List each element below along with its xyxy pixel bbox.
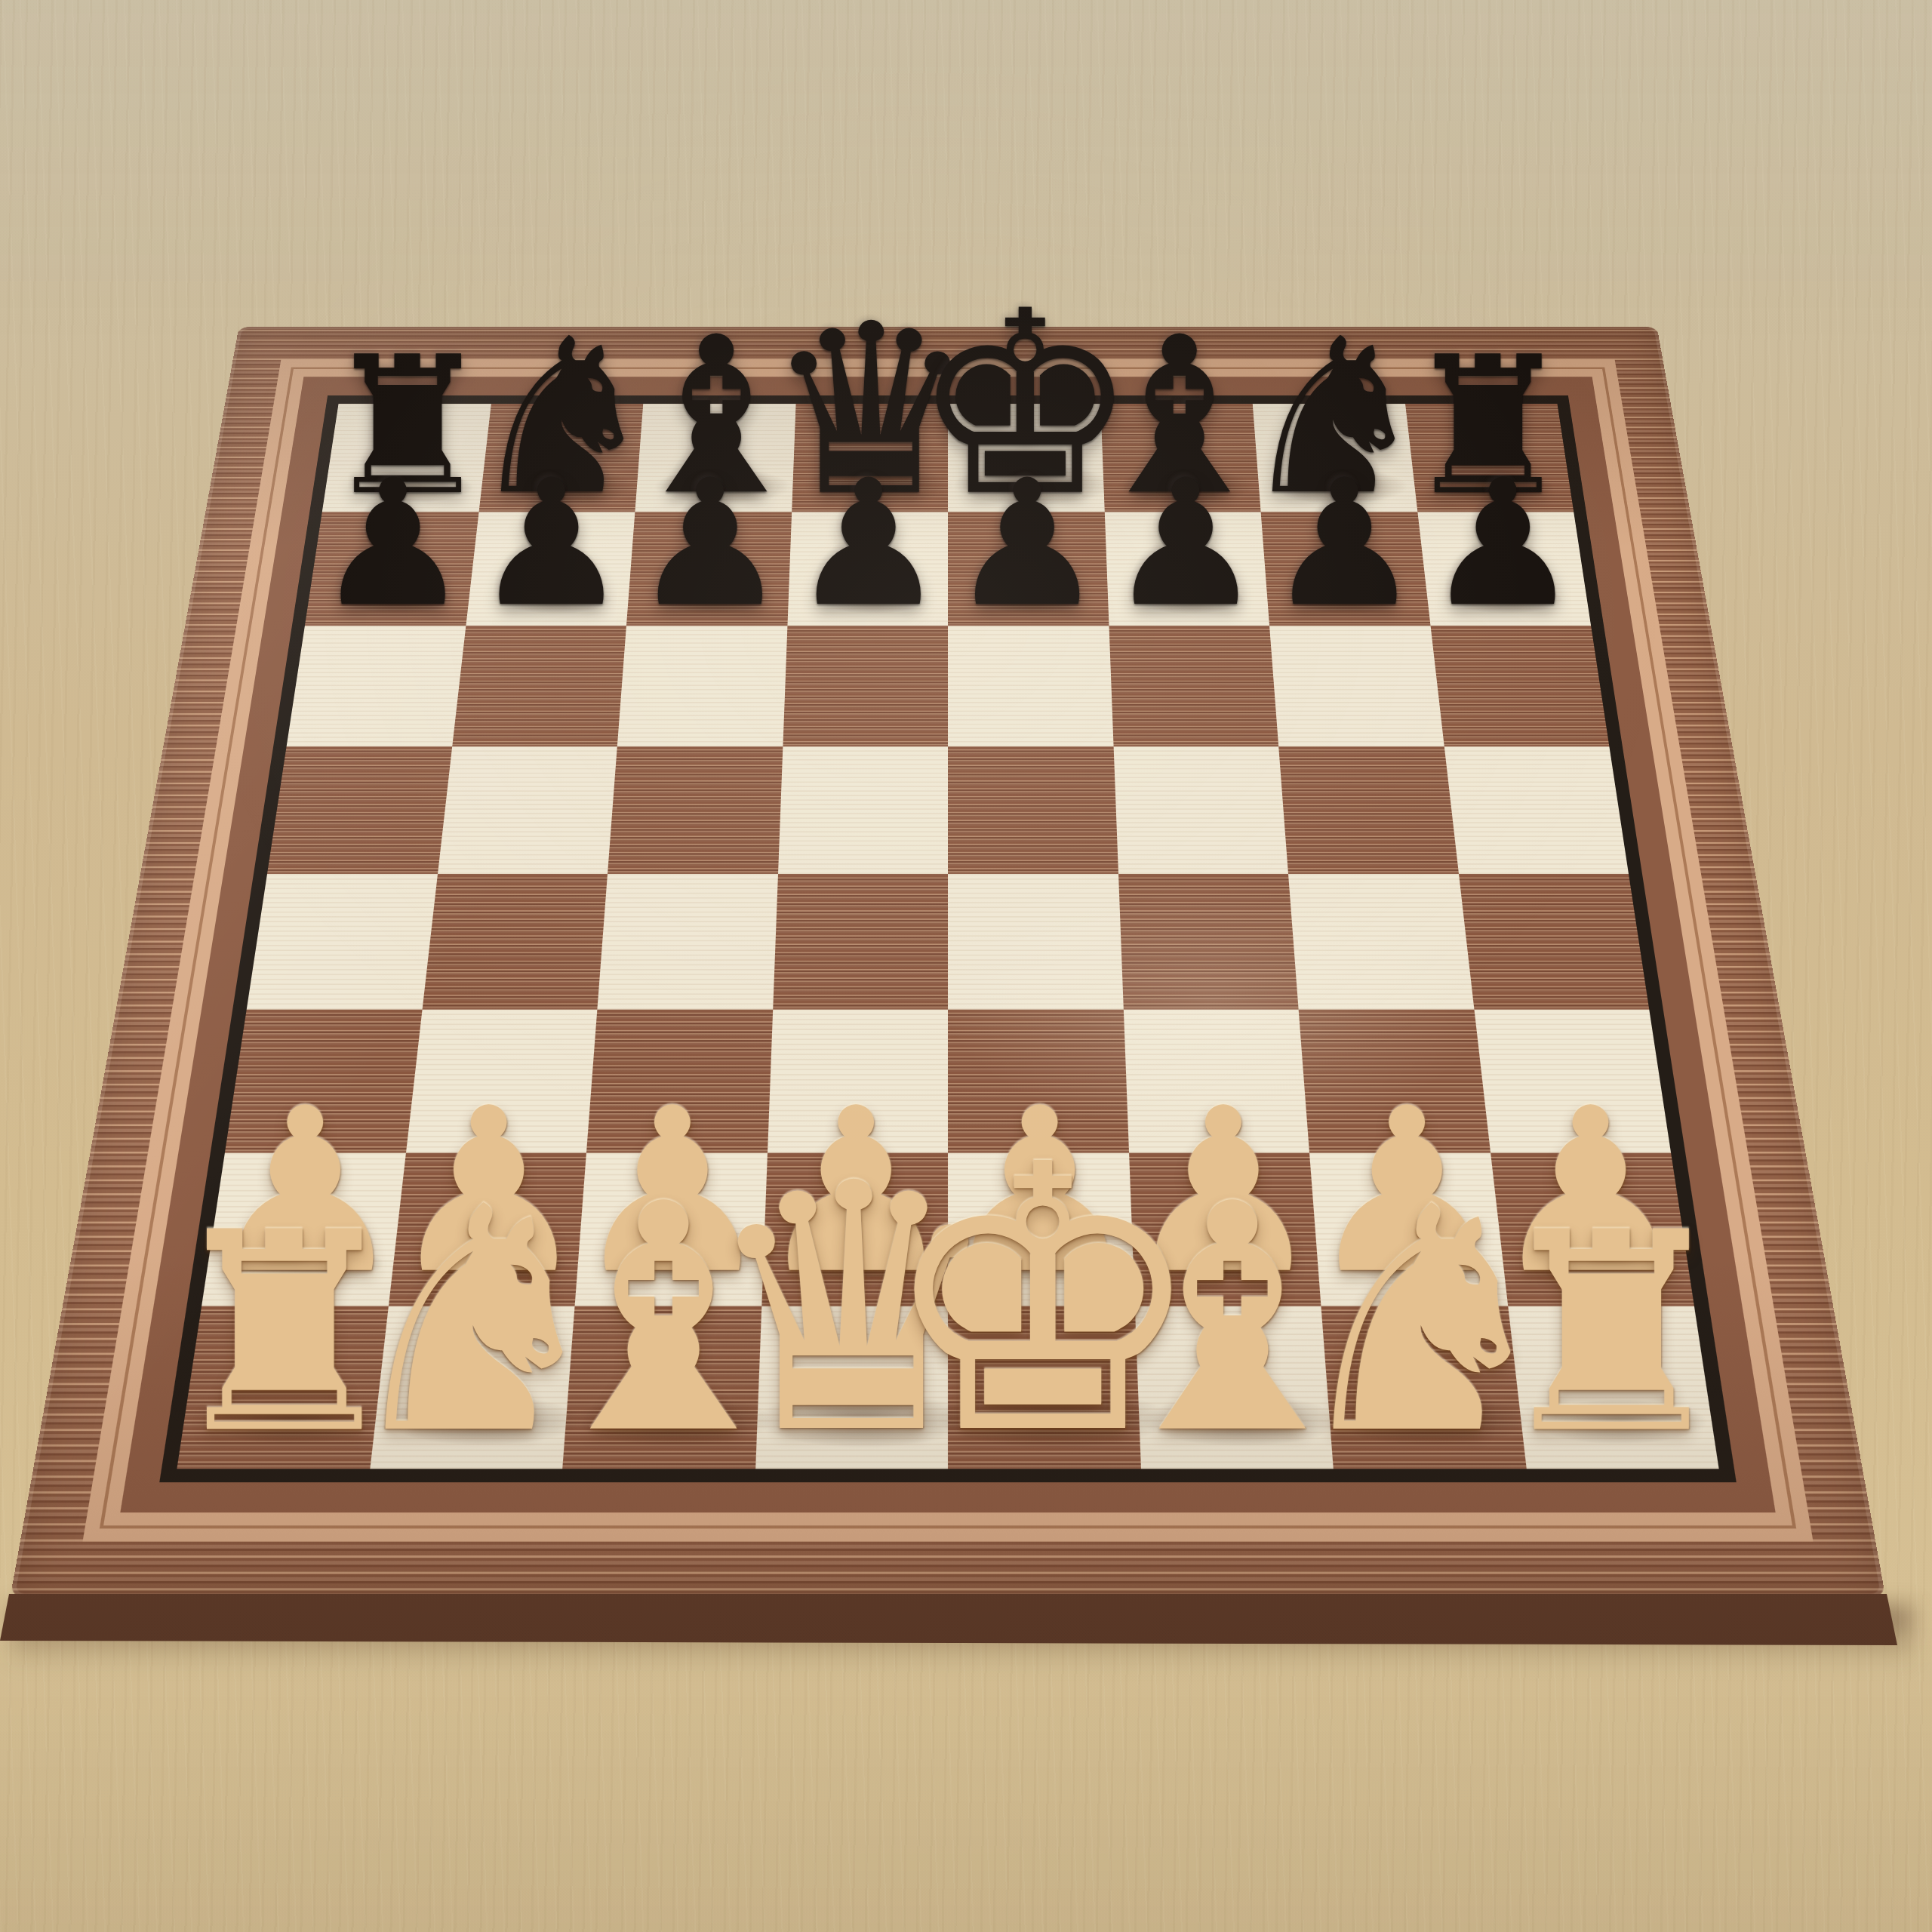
square-b5[interactable] (438, 746, 617, 874)
piece-white-rook-h1[interactable]: ♜ (1488, 1196, 1735, 1471)
square-e4[interactable] (948, 874, 1123, 1009)
piece-black-pawn-h7[interactable]: ♟ (1425, 457, 1581, 631)
piece-black-pawn-g7[interactable]: ♟ (1266, 457, 1423, 631)
scene: ♜♞♝♛♚♝♞♜♟♟♟♟♟♟♟♟♟♟♟♟♟♟♟♟♜♞♝♛♚♝♞♜ (0, 0, 1932, 1932)
square-h5[interactable] (1444, 746, 1629, 874)
piece-black-pawn-c7[interactable]: ♟ (632, 457, 788, 631)
piece-black-pawn-b7[interactable]: ♟ (473, 457, 629, 631)
piece-black-pawn-a7[interactable]: ♟ (315, 457, 471, 631)
board-cast-shadow (11, 1606, 1912, 1666)
square-a4[interactable] (247, 874, 438, 1009)
square-d5[interactable] (778, 746, 949, 874)
piece-black-pawn-f7[interactable]: ♟ (1108, 457, 1264, 631)
square-g5[interactable] (1278, 746, 1458, 874)
square-c4[interactable] (597, 874, 777, 1009)
square-f4[interactable] (1118, 874, 1299, 1009)
square-f5[interactable] (1113, 746, 1288, 874)
square-c5[interactable] (608, 746, 783, 874)
square-b4[interactable] (422, 874, 608, 1009)
piece-black-pawn-d7[interactable]: ♟ (790, 457, 946, 631)
square-e5[interactable] (948, 746, 1118, 874)
square-a5[interactable] (267, 746, 452, 874)
square-g4[interactable] (1288, 874, 1474, 1009)
square-h4[interactable] (1459, 874, 1650, 1009)
square-d4[interactable] (773, 874, 948, 1009)
piece-black-pawn-e7[interactable]: ♟ (949, 457, 1106, 631)
